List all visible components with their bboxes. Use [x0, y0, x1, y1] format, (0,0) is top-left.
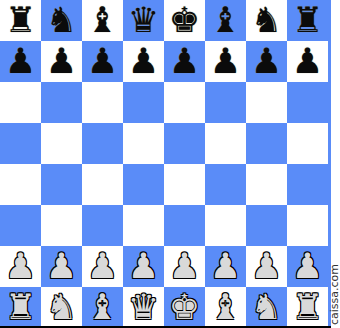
square-c2[interactable]: ♟: [82, 246, 123, 287]
square-a6[interactable]: [0, 82, 41, 123]
square-h1[interactable]: ♜: [287, 287, 328, 328]
square-c3[interactable]: [82, 205, 123, 246]
square-h7[interactable]: ♟: [287, 41, 328, 82]
piece-white-pawn: ♟: [87, 246, 118, 287]
piece-black-pawn: ♟: [292, 41, 323, 82]
square-h3[interactable]: [287, 205, 328, 246]
square-a3[interactable]: [0, 205, 41, 246]
square-g8[interactable]: ♞: [246, 0, 287, 41]
piece-white-bishop: ♝: [87, 287, 118, 328]
square-c7[interactable]: ♟: [82, 41, 123, 82]
piece-black-pawn: ♟: [210, 41, 241, 82]
square-b3[interactable]: [41, 205, 82, 246]
piece-black-rook: ♜: [292, 0, 323, 41]
piece-white-knight: ♞: [251, 287, 282, 328]
piece-black-king: ♚: [169, 0, 200, 41]
square-e2[interactable]: ♟: [164, 246, 205, 287]
square-e5[interactable]: [164, 123, 205, 164]
piece-black-pawn: ♟: [5, 41, 36, 82]
square-c5[interactable]: [82, 123, 123, 164]
square-c4[interactable]: [82, 164, 123, 205]
square-h4[interactable]: [287, 164, 328, 205]
square-a1[interactable]: ♜: [0, 287, 41, 328]
square-d5[interactable]: [123, 123, 164, 164]
square-d7[interactable]: ♟: [123, 41, 164, 82]
square-e3[interactable]: [164, 205, 205, 246]
piece-white-pawn: ♟: [292, 246, 323, 287]
square-a8[interactable]: ♜: [0, 0, 41, 41]
piece-white-pawn: ♟: [251, 246, 282, 287]
square-b7[interactable]: ♟: [41, 41, 82, 82]
square-b6[interactable]: [41, 82, 82, 123]
piece-white-knight: ♞: [46, 287, 77, 328]
square-g7[interactable]: ♟: [246, 41, 287, 82]
square-a4[interactable]: [0, 164, 41, 205]
piece-black-queen: ♛: [128, 0, 159, 41]
square-f4[interactable]: [205, 164, 246, 205]
piece-black-knight: ♞: [251, 0, 282, 41]
square-a5[interactable]: [0, 123, 41, 164]
piece-white-king: ♚: [169, 287, 200, 328]
piece-white-pawn: ♟: [210, 246, 241, 287]
piece-black-rook: ♜: [5, 0, 36, 41]
piece-black-bishop: ♝: [87, 0, 118, 41]
square-c1[interactable]: ♝: [82, 287, 123, 328]
square-a2[interactable]: ♟: [0, 246, 41, 287]
square-f6[interactable]: [205, 82, 246, 123]
square-b4[interactable]: [41, 164, 82, 205]
square-e6[interactable]: [164, 82, 205, 123]
piece-black-pawn: ♟: [87, 41, 118, 82]
square-d8[interactable]: ♛: [123, 0, 164, 41]
square-c6[interactable]: [82, 82, 123, 123]
square-g3[interactable]: [246, 205, 287, 246]
square-e4[interactable]: [164, 164, 205, 205]
square-g6[interactable]: [246, 82, 287, 123]
square-f7[interactable]: ♟: [205, 41, 246, 82]
piece-black-pawn: ♟: [251, 41, 282, 82]
piece-black-knight: ♞: [46, 0, 77, 41]
square-d2[interactable]: ♟: [123, 246, 164, 287]
square-h8[interactable]: ♜: [287, 0, 328, 41]
piece-white-pawn: ♟: [46, 246, 77, 287]
square-e8[interactable]: ♚: [164, 0, 205, 41]
square-h6[interactable]: [287, 82, 328, 123]
piece-white-rook: ♜: [292, 287, 323, 328]
piece-black-bishop: ♝: [210, 0, 241, 41]
chess-board: ♜♞♝♛♚♝♞♜♟♟♟♟♟♟♟♟♟♟♟♟♟♟♟♟♜♞♝♛♚♝♞♜: [0, 0, 331, 328]
square-g1[interactable]: ♞: [246, 287, 287, 328]
square-d4[interactable]: [123, 164, 164, 205]
square-f5[interactable]: [205, 123, 246, 164]
square-b8[interactable]: ♞: [41, 0, 82, 41]
piece-white-queen: ♛: [128, 287, 159, 328]
square-b5[interactable]: [41, 123, 82, 164]
piece-white-bishop: ♝: [210, 287, 241, 328]
square-g2[interactable]: ♟: [246, 246, 287, 287]
piece-white-pawn: ♟: [169, 246, 200, 287]
piece-white-rook: ♜: [5, 287, 36, 328]
piece-white-pawn: ♟: [5, 246, 36, 287]
square-h2[interactable]: ♟: [287, 246, 328, 287]
square-b1[interactable]: ♞: [41, 287, 82, 328]
piece-white-pawn: ♟: [128, 246, 159, 287]
piece-black-pawn: ♟: [128, 41, 159, 82]
square-a7[interactable]: ♟: [0, 41, 41, 82]
square-c8[interactable]: ♝: [82, 0, 123, 41]
square-e1[interactable]: ♚: [164, 287, 205, 328]
square-f3[interactable]: [205, 205, 246, 246]
square-f1[interactable]: ♝: [205, 287, 246, 328]
square-d6[interactable]: [123, 82, 164, 123]
square-b2[interactable]: ♟: [41, 246, 82, 287]
square-g5[interactable]: [246, 123, 287, 164]
chess-app-window: ♜♞♝♛♚♝♞♜♟♟♟♟♟♟♟♟♟♟♟♟♟♟♟♟♜♞♝♛♚♝♞♜ caissa.…: [0, 0, 340, 328]
square-h5[interactable]: [287, 123, 328, 164]
square-f8[interactable]: ♝: [205, 0, 246, 41]
chess-board-grid: ♜♞♝♛♚♝♞♜♟♟♟♟♟♟♟♟♟♟♟♟♟♟♟♟♜♞♝♛♚♝♞♜: [0, 0, 328, 328]
square-e7[interactable]: ♟: [164, 41, 205, 82]
square-d3[interactable]: [123, 205, 164, 246]
piece-black-pawn: ♟: [169, 41, 200, 82]
square-f2[interactable]: ♟: [205, 246, 246, 287]
caissa-watermark-link[interactable]: caissa.com: [328, 264, 340, 325]
piece-black-pawn: ♟: [46, 41, 77, 82]
square-g4[interactable]: [246, 164, 287, 205]
square-d1[interactable]: ♛: [123, 287, 164, 328]
